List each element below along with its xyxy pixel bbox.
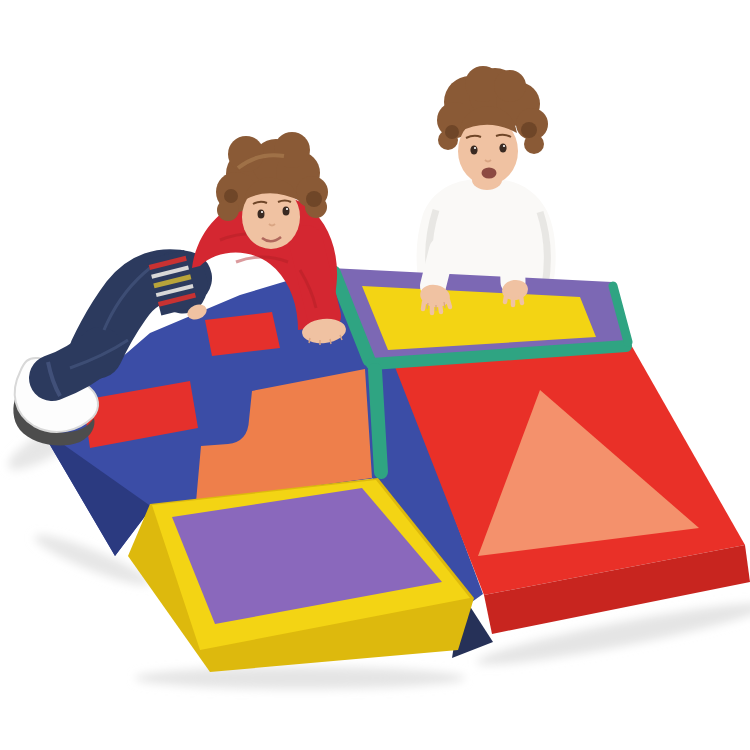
- girl-eye-glint-left: [474, 147, 476, 149]
- boy-eye-glint-right: [286, 208, 288, 210]
- girl-hair-curl-dark-2: [445, 125, 459, 139]
- girl-head: [437, 66, 548, 185]
- soft-play-product-photo: [0, 0, 750, 750]
- girl-mouth: [482, 168, 497, 179]
- yellow-wedge-shadow: [135, 667, 465, 689]
- girl-hair-curl-dark-1: [521, 122, 537, 138]
- jeans-shin: [52, 350, 100, 378]
- girl-forearm-left: [433, 250, 442, 286]
- boy-eye-left: [258, 210, 265, 219]
- boy-eye-glint-left: [261, 211, 263, 213]
- boy-eye-right: [283, 207, 290, 216]
- scene-canvas: [0, 0, 750, 750]
- boy-ear-curl: [306, 191, 322, 207]
- girl-eye-left: [470, 145, 477, 154]
- girl-eye-glint-right: [503, 145, 505, 147]
- girl-forearm-right: [512, 252, 513, 282]
- piping-corner-strip: [375, 370, 381, 472]
- girl-eye-right: [499, 143, 506, 152]
- boy-hair-curl-dark: [224, 189, 238, 203]
